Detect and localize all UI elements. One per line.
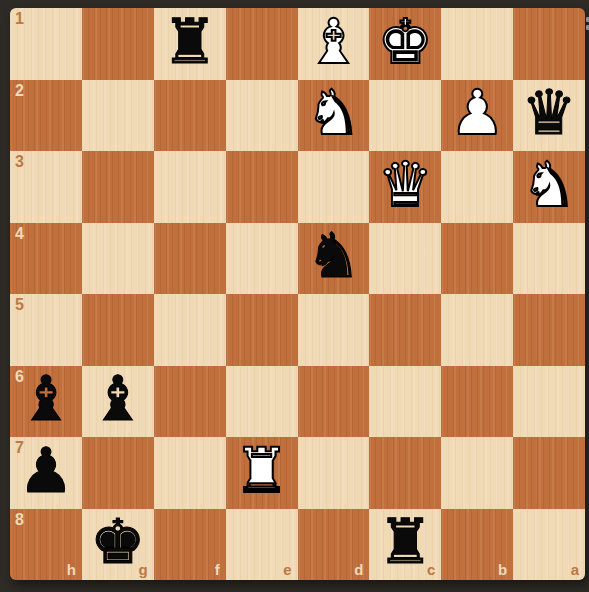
black-bishop-h6[interactable]: ♝ (18, 368, 74, 430)
black-bishop-g6[interactable]: ♝ (90, 368, 146, 430)
square-h8[interactable]: 8h (10, 509, 82, 581)
square-g3[interactable] (82, 151, 154, 223)
rank-label-8: 8 (15, 512, 24, 528)
square-d4[interactable]: ♞ (298, 223, 370, 295)
square-h1[interactable]: 1 (10, 8, 82, 80)
square-e7[interactable]: ♜ (226, 437, 298, 509)
square-e6[interactable] (226, 366, 298, 438)
square-h2[interactable]: 2 (10, 80, 82, 152)
square-c2[interactable] (369, 80, 441, 152)
black-king-g8[interactable]: ♚ (90, 511, 146, 573)
black-rook-f1[interactable]: ♜ (162, 11, 218, 73)
square-c8[interactable]: c♜ (369, 509, 441, 581)
square-d1[interactable]: ♝ (298, 8, 370, 80)
square-b6[interactable] (441, 366, 513, 438)
square-a8[interactable]: a (513, 509, 585, 581)
square-b7[interactable] (441, 437, 513, 509)
square-a4[interactable] (513, 223, 585, 295)
square-c1[interactable]: ♚ (369, 8, 441, 80)
black-rook-c8[interactable]: ♜ (378, 511, 434, 573)
square-f4[interactable] (154, 223, 226, 295)
square-d6[interactable] (298, 366, 370, 438)
square-b4[interactable] (441, 223, 513, 295)
white-pawn-b2[interactable]: ♟ (449, 82, 505, 144)
square-c5[interactable] (369, 294, 441, 366)
square-b2[interactable]: ♟ (441, 80, 513, 152)
square-c3[interactable]: ♛ (369, 151, 441, 223)
black-knight-d4[interactable]: ♞ (306, 225, 362, 287)
file-label-h: h (67, 562, 76, 577)
square-h5[interactable]: 5 (10, 294, 82, 366)
square-c6[interactable] (369, 366, 441, 438)
square-f8[interactable]: f (154, 509, 226, 581)
rank-label-1: 1 (15, 11, 24, 27)
square-g6[interactable]: ♝ (82, 366, 154, 438)
file-label-b: b (498, 562, 507, 577)
square-e5[interactable] (226, 294, 298, 366)
square-g2[interactable] (82, 80, 154, 152)
square-d2[interactable]: ♞ (298, 80, 370, 152)
white-rook-e7[interactable]: ♜ (234, 440, 290, 502)
square-d7[interactable] (298, 437, 370, 509)
square-h3[interactable]: 3 (10, 151, 82, 223)
square-f2[interactable] (154, 80, 226, 152)
file-label-f: f (215, 562, 220, 577)
square-b8[interactable]: b (441, 509, 513, 581)
square-g5[interactable] (82, 294, 154, 366)
square-b3[interactable] (441, 151, 513, 223)
square-a6[interactable] (513, 366, 585, 438)
app-background: 1♜♝♚2♞♟♛3♛♞4♞56♝♝7♟♜8hg♚fedc♜ba (0, 0, 589, 592)
white-queen-c3[interactable]: ♛ (378, 154, 434, 216)
square-d8[interactable]: d (298, 509, 370, 581)
square-c7[interactable] (369, 437, 441, 509)
square-a2[interactable]: ♛ (513, 80, 585, 152)
square-e2[interactable] (226, 80, 298, 152)
square-c4[interactable] (369, 223, 441, 295)
square-g8[interactable]: g♚ (82, 509, 154, 581)
square-a5[interactable] (513, 294, 585, 366)
rank-label-4: 4 (15, 226, 24, 242)
square-e1[interactable] (226, 8, 298, 80)
square-g1[interactable] (82, 8, 154, 80)
square-f7[interactable] (154, 437, 226, 509)
square-f5[interactable] (154, 294, 226, 366)
square-d5[interactable] (298, 294, 370, 366)
square-f1[interactable]: ♜ (154, 8, 226, 80)
square-b5[interactable] (441, 294, 513, 366)
square-h7[interactable]: 7♟ (10, 437, 82, 509)
white-king-c1[interactable]: ♚ (378, 11, 434, 73)
square-a3[interactable]: ♞ (513, 151, 585, 223)
rank-label-3: 3 (15, 154, 24, 170)
file-label-e: e (283, 562, 291, 577)
square-g4[interactable] (82, 223, 154, 295)
square-f3[interactable] (154, 151, 226, 223)
black-pawn-h7[interactable]: ♟ (18, 440, 74, 502)
square-h4[interactable]: 4 (10, 223, 82, 295)
white-knight-d2[interactable]: ♞ (306, 82, 362, 144)
square-a1[interactable] (513, 8, 585, 80)
black-queen-a2[interactable]: ♛ (521, 82, 577, 144)
file-label-d: d (354, 562, 363, 577)
white-knight-a3[interactable]: ♞ (521, 154, 577, 216)
square-e8[interactable]: e (226, 509, 298, 581)
square-g7[interactable] (82, 437, 154, 509)
square-d3[interactable] (298, 151, 370, 223)
square-a7[interactable] (513, 437, 585, 509)
rank-label-5: 5 (15, 297, 24, 313)
square-f6[interactable] (154, 366, 226, 438)
square-b1[interactable] (441, 8, 513, 80)
chess-board: 1♜♝♚2♞♟♛3♛♞4♞56♝♝7♟♜8hg♚fedc♜ba (10, 8, 585, 580)
square-h6[interactable]: 6♝ (10, 366, 82, 438)
white-bishop-d1[interactable]: ♝ (306, 11, 362, 73)
square-e3[interactable] (226, 151, 298, 223)
file-label-a: a (571, 562, 579, 577)
rank-label-2: 2 (15, 83, 24, 99)
square-e4[interactable] (226, 223, 298, 295)
